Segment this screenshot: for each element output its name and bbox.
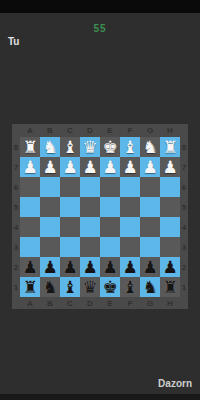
piece-white-bishop[interactable]: ♝ xyxy=(122,137,137,157)
rank-label-5: 5 xyxy=(180,197,188,217)
piece-white-pawn[interactable]: ♟ xyxy=(102,157,117,177)
file-label-a: A xyxy=(20,124,40,137)
square-d2[interactable]: ♟ xyxy=(80,257,100,277)
square-d5[interactable] xyxy=(80,197,100,217)
rank-label-5: 5 xyxy=(12,197,20,217)
file-label-f: F xyxy=(120,124,140,137)
square-f7[interactable]: ♟ xyxy=(120,157,140,177)
file-label-d: D xyxy=(80,124,100,137)
rank-label-7: 7 xyxy=(12,157,20,177)
file-label-f: F xyxy=(120,297,140,309)
square-d1[interactable]: ♛ xyxy=(80,277,100,297)
square-f6[interactable] xyxy=(120,177,140,197)
square-d7[interactable]: ♟ xyxy=(80,157,100,177)
piece-white-knight[interactable]: ♞ xyxy=(142,137,157,157)
piece-black-pawn[interactable]: ♟ xyxy=(22,257,37,277)
square-b7[interactable]: ♟ xyxy=(40,157,60,177)
rank-label-2: 2 xyxy=(12,257,20,277)
piece-white-pawn[interactable]: ♟ xyxy=(162,157,177,177)
square-h2[interactable]: ♟ xyxy=(160,257,180,277)
file-label-b: B xyxy=(40,297,60,309)
piece-white-king[interactable]: ♚ xyxy=(102,137,117,157)
square-c8[interactable]: ♝ xyxy=(60,137,80,157)
board-frame-corner xyxy=(12,124,20,137)
square-e5[interactable] xyxy=(100,197,120,217)
square-g7[interactable]: ♟ xyxy=(140,157,160,177)
square-c1[interactable]: ♝ xyxy=(60,277,80,297)
piece-black-pawn[interactable]: ♟ xyxy=(102,257,117,277)
square-d3[interactable] xyxy=(80,237,100,257)
square-b6[interactable] xyxy=(40,177,60,197)
piece-white-pawn[interactable]: ♟ xyxy=(142,157,157,177)
piece-black-pawn[interactable]: ♟ xyxy=(162,257,177,277)
rank-label-8: 8 xyxy=(12,137,20,157)
piece-white-pawn[interactable]: ♟ xyxy=(62,157,77,177)
square-e2[interactable]: ♟ xyxy=(100,257,120,277)
piece-black-pawn[interactable]: ♟ xyxy=(122,257,137,277)
square-c6[interactable] xyxy=(60,177,80,197)
piece-white-pawn[interactable]: ♟ xyxy=(122,157,137,177)
piece-black-rook[interactable]: ♜ xyxy=(22,277,37,297)
rank-label-7: 7 xyxy=(180,157,188,177)
square-c4[interactable] xyxy=(60,217,80,237)
piece-black-pawn[interactable]: ♟ xyxy=(62,257,77,277)
square-a4[interactable] xyxy=(20,217,40,237)
rank-label-3: 3 xyxy=(12,237,20,257)
rank-label-1: 1 xyxy=(12,277,20,297)
move-timer: 55 xyxy=(0,23,200,34)
square-e3[interactable] xyxy=(100,237,120,257)
piece-black-pawn[interactable]: ♟ xyxy=(142,257,157,277)
square-e7[interactable]: ♟ xyxy=(100,157,120,177)
square-f1[interactable]: ♝ xyxy=(120,277,140,297)
player-name: Dazorn xyxy=(158,378,192,389)
piece-black-king[interactable]: ♚ xyxy=(102,277,117,297)
square-g2[interactable]: ♟ xyxy=(140,257,160,277)
piece-white-bishop[interactable]: ♝ xyxy=(62,137,77,157)
square-a1[interactable]: ♜ xyxy=(20,277,40,297)
piece-black-bishop[interactable]: ♝ xyxy=(122,277,137,297)
piece-black-rook[interactable]: ♜ xyxy=(162,277,177,297)
file-label-a: A xyxy=(20,297,40,309)
square-e4[interactable] xyxy=(100,217,120,237)
bottom-bar xyxy=(0,394,200,400)
rank-label-8: 8 xyxy=(180,137,188,157)
square-a2[interactable]: ♟ xyxy=(20,257,40,277)
board-frame-corner xyxy=(180,297,188,309)
square-g3[interactable] xyxy=(140,237,160,257)
file-label-g: G xyxy=(140,124,160,137)
rank-label-4: 4 xyxy=(12,217,20,237)
piece-white-pawn[interactable]: ♟ xyxy=(22,157,37,177)
square-a5[interactable] xyxy=(20,197,40,217)
app-screen: { "game": "chess", "position": { "fen": … xyxy=(0,0,200,400)
square-g5[interactable] xyxy=(140,197,160,217)
square-g1[interactable]: ♞ xyxy=(140,277,160,297)
square-c7[interactable]: ♟ xyxy=(60,157,80,177)
file-label-b: B xyxy=(40,124,60,137)
square-b5[interactable] xyxy=(40,197,60,217)
square-c5[interactable] xyxy=(60,197,80,217)
square-h1[interactable]: ♜ xyxy=(160,277,180,297)
piece-black-pawn[interactable]: ♟ xyxy=(82,257,97,277)
square-b3[interactable] xyxy=(40,237,60,257)
square-b2[interactable]: ♟ xyxy=(40,257,60,277)
square-a3[interactable] xyxy=(20,237,40,257)
rank-label-1: 1 xyxy=(180,277,188,297)
board-frame-corner xyxy=(12,297,20,309)
square-h3[interactable] xyxy=(160,237,180,257)
square-a7[interactable]: ♟ xyxy=(20,157,40,177)
square-c2[interactable]: ♟ xyxy=(60,257,80,277)
square-h6[interactable] xyxy=(160,177,180,197)
square-b1[interactable]: ♞ xyxy=(40,277,60,297)
piece-white-rook[interactable]: ♜ xyxy=(22,137,37,157)
square-f8[interactable]: ♝ xyxy=(120,137,140,157)
file-label-h: H xyxy=(160,124,180,137)
square-b8[interactable]: ♞ xyxy=(40,137,60,157)
square-e1[interactable]: ♚ xyxy=(100,277,120,297)
square-g4[interactable] xyxy=(140,217,160,237)
square-f4[interactable] xyxy=(120,217,140,237)
square-e8[interactable]: ♚ xyxy=(100,137,120,157)
piece-white-pawn[interactable]: ♟ xyxy=(42,157,57,177)
square-g8[interactable]: ♞ xyxy=(140,137,160,157)
rank-label-4: 4 xyxy=(180,217,188,237)
square-g6[interactable] xyxy=(140,177,160,197)
file-label-e: E xyxy=(100,124,120,137)
square-h8[interactable]: ♜ xyxy=(160,137,180,157)
square-a6[interactable] xyxy=(20,177,40,197)
square-h7[interactable]: ♟ xyxy=(160,157,180,177)
piece-white-queen[interactable]: ♛ xyxy=(82,137,97,157)
square-d6[interactable] xyxy=(80,177,100,197)
rank-label-2: 2 xyxy=(180,257,188,277)
square-f3[interactable] xyxy=(120,237,140,257)
square-e6[interactable] xyxy=(100,177,120,197)
piece-black-knight[interactable]: ♞ xyxy=(142,277,157,297)
square-f5[interactable] xyxy=(120,197,140,217)
file-label-h: H xyxy=(160,297,180,309)
square-h5[interactable] xyxy=(160,197,180,217)
file-label-e: E xyxy=(100,297,120,309)
square-c3[interactable] xyxy=(60,237,80,257)
rank-label-3: 3 xyxy=(180,237,188,257)
piece-white-rook[interactable]: ♜ xyxy=(162,137,177,157)
square-a8[interactable]: ♜ xyxy=(20,137,40,157)
turn-indicator-label: Tu xyxy=(8,36,19,47)
file-label-c: C xyxy=(60,297,80,309)
square-b4[interactable] xyxy=(40,217,60,237)
file-label-g: G xyxy=(140,297,160,309)
rank-label-6: 6 xyxy=(180,177,188,197)
file-label-c: C xyxy=(60,124,80,137)
status-bar xyxy=(0,0,200,13)
piece-white-pawn[interactable]: ♟ xyxy=(82,157,97,177)
chess-board[interactable]: ABCDEFGH8♜♞♝♛♚♝♞♜87♟♟♟♟♟♟♟♟7665544332♟♟♟… xyxy=(12,124,188,309)
piece-black-knight[interactable]: ♞ xyxy=(42,277,57,297)
square-f2[interactable]: ♟ xyxy=(120,257,140,277)
square-d8[interactable]: ♛ xyxy=(80,137,100,157)
piece-black-bishop[interactable]: ♝ xyxy=(62,277,77,297)
square-h4[interactable] xyxy=(160,217,180,237)
square-d4[interactable] xyxy=(80,217,100,237)
file-label-d: D xyxy=(80,297,100,309)
piece-black-pawn[interactable]: ♟ xyxy=(42,257,57,277)
piece-white-knight[interactable]: ♞ xyxy=(42,137,57,157)
rank-label-6: 6 xyxy=(12,177,20,197)
piece-black-queen[interactable]: ♛ xyxy=(82,277,97,297)
board-frame-corner xyxy=(180,124,188,137)
